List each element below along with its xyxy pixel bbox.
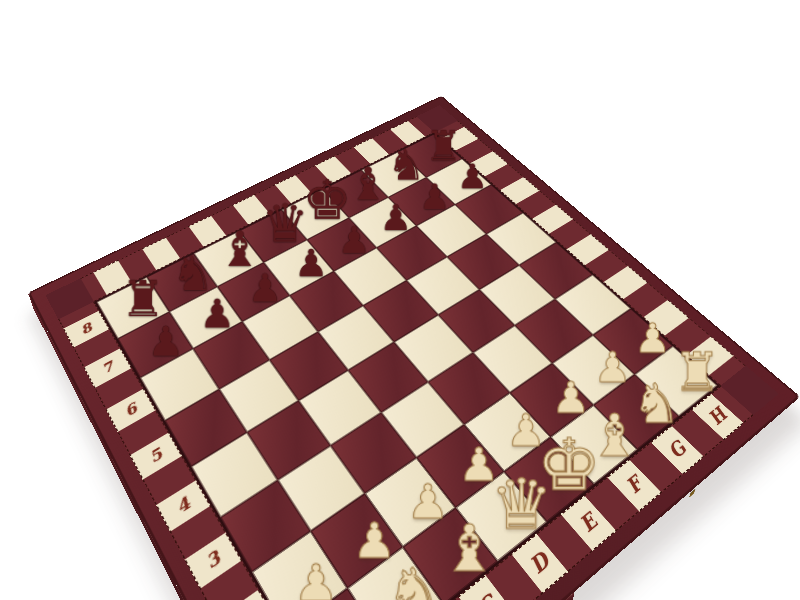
chess-board: 87654321 ♜♞♝♛♚♝♞♜♟♟♟♟♟♟♟♟♟♟♟♟♟♟♟♟♜♞♝♛♚♝♞… <box>28 96 800 600</box>
frame-corner-h1 <box>720 366 778 415</box>
square-h2: ♟ <box>593 309 673 375</box>
dark-pawn-a7: ♟ <box>138 321 195 362</box>
light-pawn-h2: ♟ <box>624 318 680 359</box>
square-d1: ♛ <box>455 471 547 562</box>
product-photo-canvas: 87654321 ♜♞♝♛♚♝♞♜♟♟♟♟♟♟♟♟♟♟♟♟♟♟♟♟♜♞♝♛♚♝♞… <box>0 0 800 600</box>
perspective-scene: 87654321 ♜♞♝♛♚♝♞♜♟♟♟♟♟♟♟♟♟♟♟♟♟♟♟♟♜♞♝♛♚♝♞… <box>0 0 800 600</box>
square-b5 <box>218 360 298 433</box>
square-b6 <box>193 322 270 389</box>
